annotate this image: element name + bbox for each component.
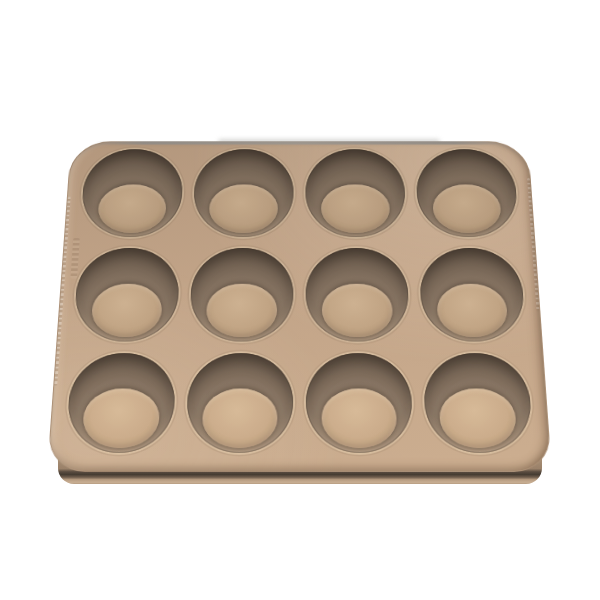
cup-bottom <box>321 389 398 448</box>
cup-cell <box>67 243 187 347</box>
cup-grid <box>59 145 540 459</box>
cup-cell <box>300 347 420 458</box>
cup-bottom <box>90 283 163 337</box>
cup-cell <box>412 243 532 347</box>
muffin-cup <box>415 150 519 238</box>
cup-bottom <box>206 283 277 337</box>
cup-cell <box>183 243 299 347</box>
cup-cell <box>179 347 299 458</box>
cup-bottom <box>201 389 278 448</box>
cup-cell <box>416 347 540 458</box>
muffin-cup <box>418 248 525 342</box>
cup-bottom <box>82 389 161 448</box>
cup-cell <box>74 145 190 243</box>
cup-bottom <box>436 283 509 337</box>
pan-surface <box>47 141 552 472</box>
cup-cell <box>409 145 525 243</box>
cup-cell <box>59 347 183 458</box>
muffin-cup <box>189 248 293 342</box>
cup-bottom <box>321 185 390 234</box>
cup-bottom <box>97 185 167 234</box>
muffin-cup <box>305 150 406 238</box>
cup-bottom <box>209 185 278 234</box>
cup-bottom <box>322 283 393 337</box>
cup-bottom <box>432 185 502 234</box>
muffin-cup <box>306 353 414 453</box>
muffin-pan <box>47 141 552 472</box>
muffin-cup <box>66 353 177 453</box>
cup-cell <box>300 145 413 243</box>
muffin-cup <box>193 150 294 238</box>
muffin-cup <box>80 150 184 238</box>
cup-bottom <box>439 389 518 448</box>
right-edge-serration <box>527 178 539 311</box>
muffin-cup <box>422 353 533 453</box>
muffin-cup <box>186 353 294 453</box>
photo-stage <box>0 0 600 600</box>
muffin-cup <box>305 248 409 342</box>
cup-cell <box>187 145 300 243</box>
cup-cell <box>300 243 416 347</box>
muffin-cup <box>73 248 180 342</box>
